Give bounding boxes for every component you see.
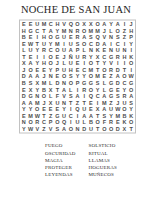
grid-cell: D: [81, 125, 88, 132]
grid-cell: N: [74, 125, 81, 132]
grid-cell: Y: [21, 125, 28, 132]
grid-cell: D: [114, 125, 121, 132]
grid-cell: X: [121, 125, 128, 132]
word-list-item: MUÑECOS: [89, 171, 117, 178]
grid-cell: A: [61, 125, 68, 132]
word-list-left: FUEGOOSCURIDADMAGIAPROTEGERLEYENDAS: [45, 142, 76, 178]
grid-cell: O: [108, 125, 115, 132]
word-search-grid: EEUMCHVQOXXOAYAIJHGCTAYMNROMMJLOZHBEIHOG…: [19, 20, 136, 134]
grid-cell: T: [128, 125, 135, 132]
word-list-item: SOLSTICIO: [89, 142, 117, 149]
word-list-item: OSCURIDAD: [45, 149, 76, 156]
grid-cell: S: [54, 125, 61, 132]
grid-cell: V: [47, 125, 54, 132]
word-list-right: SOLSTICIORITUALLLAMASHOGUERASMUÑECOS: [89, 142, 117, 178]
grid-cell: V: [34, 125, 41, 132]
grid-cell: W: [27, 125, 34, 132]
word-list-item: RITUAL: [89, 149, 117, 156]
word-list-item: LEYENDAS: [45, 171, 76, 178]
puzzle-title: NOCHE DE SAN JUAN: [0, 4, 152, 17]
grid-cell: T: [94, 125, 101, 132]
grid-cell: U: [88, 125, 95, 132]
word-list-item: LLAMAS: [89, 157, 117, 164]
grid-cell: Z: [41, 125, 48, 132]
word-list-item: MAGIA: [45, 157, 76, 164]
grid-cell: O: [67, 125, 74, 132]
word-list-item: PROTEGER: [45, 164, 76, 171]
grid-cell: O: [101, 125, 108, 132]
puzzle-page: NOCHE DE SAN JUAN EEUMCHVQOXXOAYAIJHGCTA…: [0, 0, 152, 200]
word-list-item: HOGUERAS: [89, 164, 117, 171]
word-list-item: FUEGO: [45, 142, 76, 149]
